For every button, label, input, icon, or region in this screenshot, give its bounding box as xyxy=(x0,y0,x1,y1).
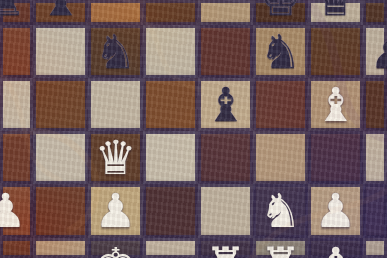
square-g3[interactable] xyxy=(308,131,363,184)
chess-board-screenshot: ♜♝♚♛♞♞♟♝♝♛♟♟♞♟♟♚♜♜♝ xyxy=(0,0,387,258)
square-e1[interactable]: ♜ xyxy=(198,238,253,258)
square-f6[interactable]: ♚ xyxy=(253,0,308,25)
square-e2[interactable] xyxy=(198,184,253,238)
square-a5[interactable] xyxy=(0,25,33,78)
square-f2[interactable]: ♞ xyxy=(253,184,308,238)
black-king-f6[interactable]: ♚ xyxy=(253,0,308,25)
square-h1[interactable] xyxy=(363,238,387,258)
square-c4[interactable] xyxy=(88,78,143,131)
white-pawn-c2[interactable]: ♟ xyxy=(88,184,143,237)
white-pawn-g2[interactable]: ♟ xyxy=(308,184,363,237)
square-d1[interactable] xyxy=(143,238,198,258)
white-queen-c3[interactable]: ♛ xyxy=(88,131,143,184)
square-a3[interactable] xyxy=(0,131,33,184)
square-e4[interactable]: ♝ xyxy=(198,78,253,131)
square-a2[interactable]: ♟ xyxy=(0,184,33,238)
square-c6[interactable] xyxy=(88,0,143,25)
square-c1[interactable]: ♚ xyxy=(88,238,143,258)
square-g2[interactable]: ♟ xyxy=(308,184,363,238)
square-g1[interactable]: ♝ xyxy=(308,238,363,258)
square-g6[interactable]: ♛ xyxy=(308,0,363,25)
square-d5[interactable] xyxy=(143,25,198,78)
white-pawn-h2[interactable]: ♟ xyxy=(377,184,387,237)
square-d6[interactable] xyxy=(143,0,198,25)
square-d3[interactable] xyxy=(143,131,198,184)
square-g5[interactable] xyxy=(308,25,363,78)
square-e3[interactable] xyxy=(198,131,253,184)
square-b3[interactable] xyxy=(33,131,88,184)
square-g4[interactable]: ♝ xyxy=(308,78,363,131)
square-h4[interactable] xyxy=(363,78,387,131)
white-rook-e1[interactable]: ♜ xyxy=(198,238,253,258)
square-a4[interactable] xyxy=(0,78,33,131)
square-e6[interactable] xyxy=(198,0,253,25)
square-d4[interactable] xyxy=(143,78,198,131)
black-bishop-e4[interactable]: ♝ xyxy=(198,78,253,131)
square-f5[interactable]: ♞ xyxy=(253,25,308,78)
square-a6[interactable]: ♜ xyxy=(0,0,33,25)
black-queen-g6[interactable]: ♛ xyxy=(308,0,363,25)
chess-board[interactable]: ♜♝♚♛♞♞♟♝♝♛♟♟♞♟♟♚♜♜♝ xyxy=(0,0,387,258)
black-pawn-h5[interactable]: ♟ xyxy=(363,25,387,78)
square-b1[interactable] xyxy=(33,238,88,258)
square-h3[interactable] xyxy=(363,131,387,184)
white-pawn-a2[interactable]: ♟ xyxy=(0,184,33,237)
square-b5[interactable] xyxy=(33,25,88,78)
square-h5[interactable]: ♟ xyxy=(363,25,387,78)
black-knight-f5[interactable]: ♞ xyxy=(253,25,308,78)
white-bishop-g1[interactable]: ♝ xyxy=(308,238,363,258)
square-e5[interactable] xyxy=(198,25,253,78)
square-f4[interactable] xyxy=(253,78,308,131)
white-rook-f1[interactable]: ♜ xyxy=(253,238,308,258)
square-f3[interactable] xyxy=(253,131,308,184)
square-h2[interactable]: ♟ xyxy=(363,184,387,238)
square-c2[interactable]: ♟ xyxy=(88,184,143,238)
white-knight-f2[interactable]: ♞ xyxy=(253,184,308,237)
black-knight-c5[interactable]: ♞ xyxy=(88,25,143,78)
black-rook-a6[interactable]: ♜ xyxy=(0,0,33,25)
square-b4[interactable] xyxy=(33,78,88,131)
square-d2[interactable] xyxy=(143,184,198,238)
square-b6[interactable]: ♝ xyxy=(33,0,88,25)
square-b2[interactable] xyxy=(33,184,88,238)
square-h6[interactable] xyxy=(363,0,387,25)
square-a1[interactable] xyxy=(0,238,33,258)
square-f1[interactable]: ♜ xyxy=(253,238,308,258)
square-c3[interactable]: ♛ xyxy=(88,131,143,184)
white-bishop-g4[interactable]: ♝ xyxy=(308,78,363,131)
square-c5[interactable]: ♞ xyxy=(88,25,143,78)
white-king-c1[interactable]: ♚ xyxy=(88,238,143,258)
black-bishop-b6[interactable]: ♝ xyxy=(33,0,88,25)
